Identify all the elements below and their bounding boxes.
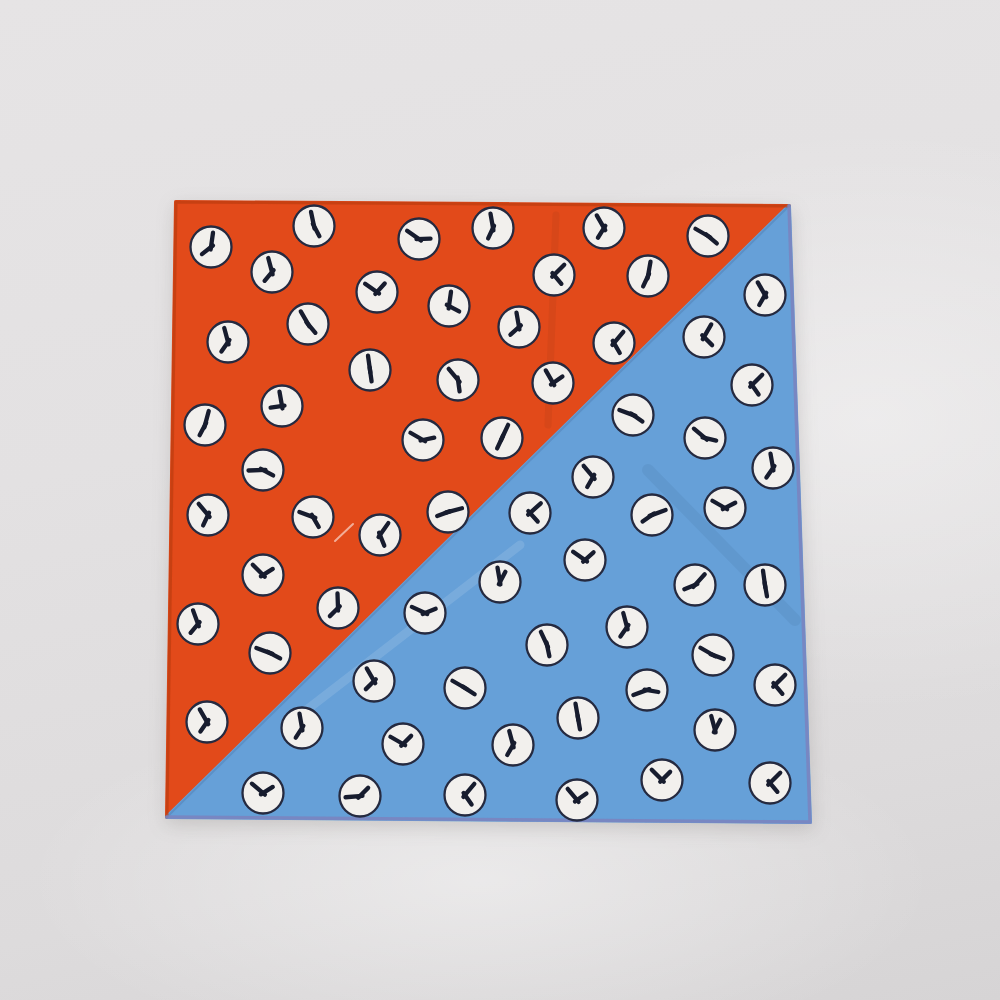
clock-dot bbox=[627, 670, 668, 711]
clock-dot bbox=[565, 540, 606, 581]
clock-dot bbox=[438, 360, 479, 401]
clock-hand-short bbox=[271, 406, 285, 408]
clock-dot bbox=[187, 702, 228, 743]
clock-dot bbox=[318, 588, 359, 629]
clock-dot bbox=[188, 495, 229, 536]
clock-hand-short bbox=[546, 643, 549, 657]
clock-dot bbox=[208, 322, 249, 363]
clock-dot bbox=[445, 668, 486, 709]
clock-dot bbox=[632, 495, 673, 536]
clock-dot bbox=[510, 493, 551, 534]
bandana bbox=[0, 0, 1000, 1000]
clock-dot bbox=[428, 492, 469, 533]
clock-dot bbox=[294, 206, 335, 247]
clock-dot bbox=[693, 635, 734, 676]
clock-dot bbox=[557, 780, 598, 821]
clock-dot bbox=[527, 625, 568, 666]
clock-dot bbox=[354, 661, 395, 702]
clock-dot bbox=[750, 763, 791, 804]
clock-dot bbox=[178, 604, 219, 645]
clock-dot bbox=[399, 219, 440, 260]
clock-dot bbox=[282, 708, 323, 749]
clock-dot bbox=[288, 304, 329, 345]
clock-dot bbox=[594, 323, 635, 364]
clock-dot bbox=[695, 710, 736, 751]
clock-dot bbox=[383, 724, 424, 765]
clock-dot bbox=[613, 395, 654, 436]
clock-dot bbox=[745, 565, 786, 606]
clock-dot bbox=[357, 272, 398, 313]
clock-hand-short bbox=[703, 437, 717, 440]
clock-dot bbox=[533, 363, 574, 404]
clock-hand-short bbox=[645, 690, 659, 692]
clock-dot bbox=[403, 420, 444, 461]
clock-dot bbox=[340, 776, 381, 817]
clock-dot bbox=[732, 365, 773, 406]
clock-hand-short bbox=[458, 378, 460, 392]
clock-dot bbox=[642, 760, 683, 801]
clock-dot bbox=[191, 227, 232, 268]
clock-dot bbox=[473, 208, 514, 249]
clock-dot bbox=[243, 773, 284, 814]
clock-dot bbox=[445, 775, 486, 816]
clock-dot bbox=[243, 450, 284, 491]
clock-dot bbox=[755, 665, 796, 706]
clock-dot bbox=[675, 565, 716, 606]
clock-dot bbox=[405, 593, 446, 634]
clock-dot bbox=[584, 208, 625, 249]
clock-dot bbox=[360, 515, 401, 556]
clock-dot bbox=[493, 725, 534, 766]
clock-hand-short bbox=[578, 716, 580, 730]
clock-dot bbox=[688, 216, 729, 257]
clock-dot bbox=[705, 488, 746, 529]
clock-dot bbox=[534, 255, 575, 296]
clock-hand-short bbox=[421, 438, 435, 441]
clock-dot bbox=[350, 350, 391, 391]
clock-hand-short bbox=[765, 583, 767, 597]
clock-dot bbox=[262, 386, 303, 427]
photo-scene bbox=[0, 0, 1000, 1000]
clock-dot bbox=[185, 405, 226, 446]
clock-dot bbox=[753, 448, 794, 489]
clock-dot bbox=[628, 256, 669, 297]
clock-dot bbox=[293, 497, 334, 538]
clock-dot bbox=[429, 286, 470, 327]
clock-dot bbox=[482, 418, 523, 459]
clock-dot bbox=[685, 418, 726, 459]
clock-dot bbox=[558, 698, 599, 739]
clock-dot bbox=[745, 275, 786, 316]
clock-dot bbox=[252, 252, 293, 293]
clock-dot bbox=[684, 317, 725, 358]
clock-dot bbox=[499, 307, 540, 348]
clock-dot bbox=[250, 633, 291, 674]
clock-dot bbox=[607, 607, 648, 648]
clock-hand-short bbox=[370, 368, 372, 382]
clock-dot bbox=[573, 457, 614, 498]
clock-dot bbox=[480, 562, 521, 603]
clock-dot bbox=[243, 555, 284, 596]
